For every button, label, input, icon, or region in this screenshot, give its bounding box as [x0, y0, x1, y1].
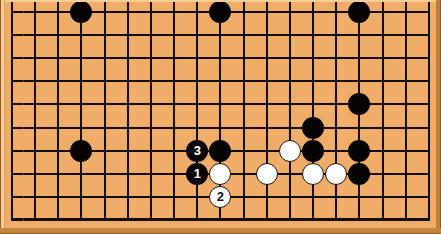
intersection-9-1[interactable]	[186, 0, 209, 23]
intersection-18-9[interactable]	[394, 185, 417, 208]
intersection-10-3[interactable]	[209, 47, 232, 70]
intersection-9-3[interactable]	[186, 47, 209, 70]
move-number: 3	[194, 144, 201, 157]
intersection-8-4[interactable]	[163, 70, 186, 93]
intersection-5-3[interactable]	[93, 47, 116, 70]
intersection-17-4[interactable]	[371, 70, 394, 93]
intersection-3-2[interactable]	[47, 24, 70, 47]
intersection-11-9[interactable]	[232, 185, 255, 208]
intersection-9-6[interactable]	[186, 116, 209, 139]
intersection-18-1[interactable]	[394, 0, 417, 23]
intersection-10-6[interactable]	[209, 116, 232, 139]
intersection-16-1[interactable]	[348, 0, 371, 23]
intersection-16-2[interactable]	[348, 24, 371, 47]
intersection-11-1[interactable]	[232, 0, 255, 23]
intersection-14-8[interactable]	[302, 162, 325, 185]
intersection-17-6[interactable]	[371, 116, 394, 139]
intersection-12-6[interactable]	[255, 116, 278, 139]
intersection-12-5[interactable]	[255, 93, 278, 116]
intersection-2-5[interactable]	[24, 93, 47, 116]
intersection-9-8[interactable]: 1	[186, 162, 209, 185]
intersection-7-4[interactable]	[139, 70, 162, 93]
board-edge-right	[436, 0, 441, 234]
black-stone	[209, 1, 231, 23]
intersection-10-1[interactable]	[209, 0, 232, 23]
intersection-10-5[interactable]	[209, 93, 232, 116]
intersection-3-8[interactable]	[47, 162, 70, 185]
intersection-18-3[interactable]	[394, 47, 417, 70]
intersection-14-7[interactable]	[302, 139, 325, 162]
intersection-11-2[interactable]	[232, 24, 255, 47]
intersection-15-2[interactable]	[325, 24, 348, 47]
intersection-2-3[interactable]	[24, 47, 47, 70]
intersection-15-6[interactable]	[325, 116, 348, 139]
intersection-9-2[interactable]	[186, 24, 209, 47]
intersection-11-7[interactable]	[232, 139, 255, 162]
move-number: 2	[217, 190, 224, 203]
intersection-13-2[interactable]	[278, 24, 301, 47]
intersection-18-6[interactable]	[394, 116, 417, 139]
intersection-5-9[interactable]	[93, 185, 116, 208]
intersection-13-8[interactable]	[278, 162, 301, 185]
intersection-7-7[interactable]	[139, 139, 162, 162]
intersection-7-8[interactable]	[139, 162, 162, 185]
intersection-14-9[interactable]	[302, 185, 325, 208]
intersection-13-7[interactable]	[278, 139, 301, 162]
intersection-8-3[interactable]	[163, 47, 186, 70]
intersection-5-5[interactable]	[93, 93, 116, 116]
intersection-18-2[interactable]	[394, 24, 417, 47]
white-stone	[209, 163, 231, 185]
intersection-11-3[interactable]	[232, 47, 255, 70]
intersection-10-9[interactable]: 2	[209, 185, 232, 208]
intersection-4-9[interactable]	[70, 185, 93, 208]
black-stone	[348, 93, 370, 115]
intersection-7-3[interactable]	[139, 47, 162, 70]
intersection-7-9[interactable]	[139, 185, 162, 208]
intersection-17-5[interactable]	[371, 93, 394, 116]
intersection-16-3[interactable]	[348, 47, 371, 70]
intersection-5-7[interactable]	[93, 139, 116, 162]
intersection-14-3[interactable]	[302, 47, 325, 70]
intersection-12-3[interactable]	[255, 47, 278, 70]
intersection-9-5[interactable]	[186, 93, 209, 116]
intersection-14-4[interactable]	[302, 70, 325, 93]
intersection-4-5[interactable]	[70, 93, 93, 116]
intersection-4-6[interactable]	[70, 116, 93, 139]
intersection-2-9[interactable]	[24, 185, 47, 208]
intersection-11-6[interactable]	[232, 116, 255, 139]
intersection-3-7[interactable]	[47, 139, 70, 162]
intersection-2-4[interactable]	[24, 70, 47, 93]
intersection-17-8[interactable]	[371, 162, 394, 185]
intersection-6-5[interactable]	[116, 93, 139, 116]
intersection-18-7[interactable]	[394, 139, 417, 162]
intersection-15-9[interactable]	[325, 185, 348, 208]
intersection-8-6[interactable]	[163, 116, 186, 139]
black-stone	[302, 117, 324, 139]
black-stone	[209, 140, 231, 162]
intersection-16-4[interactable]	[348, 70, 371, 93]
intersection-2-2[interactable]	[24, 24, 47, 47]
intersection-17-2[interactable]	[371, 24, 394, 47]
intersection-17-1[interactable]	[371, 0, 394, 23]
intersection-6-8[interactable]	[116, 162, 139, 185]
intersection-17-7[interactable]	[371, 139, 394, 162]
intersection-5-4[interactable]	[93, 70, 116, 93]
intersection-3-4[interactable]	[47, 70, 70, 93]
white-stone	[302, 163, 324, 185]
go-board: 312	[0, 0, 441, 234]
intersection-13-3[interactable]	[278, 47, 301, 70]
white-stone	[325, 163, 347, 185]
intersection-8-5[interactable]	[163, 93, 186, 116]
intersection-9-4[interactable]	[186, 70, 209, 93]
intersection-3-5[interactable]	[47, 93, 70, 116]
intersection-3-6[interactable]	[47, 116, 70, 139]
intersection-3-9[interactable]	[47, 185, 70, 208]
intersection-16-8[interactable]	[348, 162, 371, 185]
intersection-6-6[interactable]	[116, 116, 139, 139]
intersection-11-4[interactable]	[232, 70, 255, 93]
black-stone	[70, 140, 92, 162]
intersection-18-8[interactable]	[394, 162, 417, 185]
intersection-18-5[interactable]	[394, 93, 417, 116]
black-stone-move-1: 1	[186, 163, 208, 185]
white-stone-move-2: 2	[209, 186, 231, 208]
intersection-7-5[interactable]	[139, 93, 162, 116]
intersection-12-4[interactable]	[255, 70, 278, 93]
intersection-15-4[interactable]	[325, 70, 348, 93]
intersection-2-8[interactable]	[24, 162, 47, 185]
intersection-2-7[interactable]	[24, 139, 47, 162]
white-stone	[256, 163, 278, 185]
intersection-7-1[interactable]	[139, 0, 162, 23]
intersection-4-1[interactable]	[70, 0, 93, 23]
intersection-16-9[interactable]	[348, 185, 371, 208]
black-stone	[348, 1, 370, 23]
intersection-10-2[interactable]	[209, 24, 232, 47]
intersection-6-3[interactable]	[116, 47, 139, 70]
intersection-13-5[interactable]	[278, 93, 301, 116]
move-number: 1	[194, 167, 201, 180]
intersection-8-1[interactable]	[163, 0, 186, 23]
board-edge-bottom	[0, 228, 441, 234]
intersection-18-4[interactable]	[394, 70, 417, 93]
intersection-15-8[interactable]	[325, 162, 348, 185]
intersection-15-7[interactable]	[325, 139, 348, 162]
intersection-12-2[interactable]	[255, 24, 278, 47]
intersection-9-7[interactable]: 3	[186, 139, 209, 162]
intersection-12-7[interactable]	[255, 139, 278, 162]
intersection-14-2[interactable]	[302, 24, 325, 47]
black-stone	[70, 1, 92, 23]
intersection-6-9[interactable]	[116, 185, 139, 208]
intersection-15-3[interactable]	[325, 47, 348, 70]
intersection-4-7[interactable]	[70, 139, 93, 162]
intersection-15-5[interactable]	[325, 93, 348, 116]
intersection-17-9[interactable]	[371, 185, 394, 208]
board-edge-left	[0, 0, 5, 234]
intersection-16-5[interactable]	[348, 93, 371, 116]
intersection-13-6[interactable]	[278, 116, 301, 139]
intersection-12-8[interactable]	[255, 162, 278, 185]
intersection-2-6[interactable]	[24, 116, 47, 139]
intersection-9-9[interactable]	[186, 185, 209, 208]
intersection-16-7[interactable]	[348, 139, 371, 162]
intersection-5-2[interactable]	[93, 24, 116, 47]
board-edge-top	[0, 0, 441, 2]
intersection-5-6[interactable]	[93, 116, 116, 139]
intersection-10-8[interactable]	[209, 162, 232, 185]
intersection-17-3[interactable]	[371, 47, 394, 70]
intersection-11-5[interactable]	[232, 93, 255, 116]
intersection-11-8[interactable]	[232, 162, 255, 185]
intersection-4-4[interactable]	[70, 70, 93, 93]
intersection-5-1[interactable]	[93, 0, 116, 23]
white-stone	[279, 140, 301, 162]
intersection-8-7[interactable]	[163, 139, 186, 162]
intersection-7-6[interactable]	[139, 116, 162, 139]
intersection-2-1[interactable]	[24, 0, 47, 23]
intersection-6-1[interactable]	[116, 0, 139, 23]
intersection-6-4[interactable]	[116, 70, 139, 93]
intersection-14-1[interactable]	[302, 0, 325, 23]
intersection-6-7[interactable]	[116, 139, 139, 162]
intersection-6-2[interactable]	[116, 24, 139, 47]
intersection-13-1[interactable]	[278, 0, 301, 23]
intersection-15-1[interactable]	[325, 0, 348, 23]
intersection-4-3[interactable]	[70, 47, 93, 70]
intersection-13-9[interactable]	[278, 185, 301, 208]
intersection-8-8[interactable]	[163, 162, 186, 185]
intersection-16-6[interactable]	[348, 116, 371, 139]
intersection-12-1[interactable]	[255, 0, 278, 23]
intersection-7-2[interactable]	[139, 24, 162, 47]
intersection-10-7[interactable]	[209, 139, 232, 162]
board-grid: 312	[0, 0, 440, 231]
black-stone	[302, 140, 324, 162]
intersection-8-2[interactable]	[163, 24, 186, 47]
intersection-14-5[interactable]	[302, 93, 325, 116]
intersection-3-3[interactable]	[47, 47, 70, 70]
black-stone	[348, 163, 370, 185]
black-stone	[348, 140, 370, 162]
intersection-3-1[interactable]	[47, 0, 70, 23]
intersection-12-9[interactable]	[255, 185, 278, 208]
intersection-4-8[interactable]	[70, 162, 93, 185]
intersection-5-8[interactable]	[93, 162, 116, 185]
black-stone-move-3: 3	[186, 140, 208, 162]
intersection-10-4[interactable]	[209, 70, 232, 93]
intersection-4-2[interactable]	[70, 24, 93, 47]
intersection-14-6[interactable]	[302, 116, 325, 139]
intersection-13-4[interactable]	[278, 70, 301, 93]
intersection-8-9[interactable]	[163, 185, 186, 208]
